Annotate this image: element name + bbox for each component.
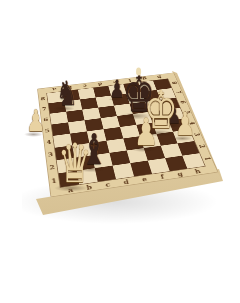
- piece-white-pawn-h3[interactable]: ♟: [171, 108, 200, 140]
- piece-white-pawn-a6[interactable]: ♟: [23, 106, 50, 136]
- piece-white-pawn-f2[interactable]: ♟: [129, 113, 163, 151]
- white-queen-icon: ♛: [58, 137, 93, 191]
- white-pawn-icon: ♟: [26, 106, 45, 136]
- white-pawn-icon: ♟: [175, 108, 196, 140]
- pieces-layer: ♞♟♟♚♟♚♟♟♟♝♛: [0, 0, 240, 303]
- piece-black-knight-b7[interactable]: ♞: [52, 76, 82, 110]
- black-knight-icon: ♞: [56, 76, 78, 110]
- white-pawn-icon: ♟: [134, 113, 159, 151]
- chess-board-product-photo: abcdefgh abcdefgh 87654321 87654321 ♞♟♟♚…: [0, 0, 240, 303]
- king-light-finial: [136, 68, 141, 76]
- piece-white-queen-b1[interactable]: ♛: [51, 137, 99, 191]
